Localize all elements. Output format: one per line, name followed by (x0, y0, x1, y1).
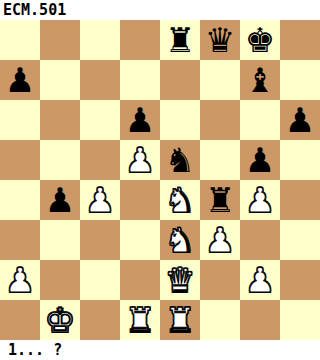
piece-white-pawn-d5[interactable]: ♟ (125, 140, 155, 180)
square-g2[interactable]: ♟ (240, 260, 280, 300)
square-a1[interactable] (0, 300, 40, 340)
piece-black-pawn-g5[interactable]: ♟ (245, 140, 275, 180)
titlebar: ECM.501 (0, 0, 320, 20)
puzzle-title: ECM.501 (3, 0, 66, 20)
square-g6[interactable] (240, 100, 280, 140)
piece-black-pawn-h6[interactable]: ♟ (285, 100, 315, 140)
square-d5[interactable]: ♟ (120, 140, 160, 180)
square-c3[interactable] (80, 220, 120, 260)
square-b1[interactable]: ♚ (40, 300, 80, 340)
square-d8[interactable] (120, 20, 160, 60)
square-g3[interactable] (240, 220, 280, 260)
square-e6[interactable] (160, 100, 200, 140)
square-e7[interactable] (160, 60, 200, 100)
square-c1[interactable] (80, 300, 120, 340)
square-e8[interactable]: ♜ (160, 20, 200, 60)
piece-black-rook-e8[interactable]: ♜ (165, 20, 195, 60)
square-h8[interactable] (280, 20, 320, 60)
square-b2[interactable] (40, 260, 80, 300)
square-g5[interactable]: ♟ (240, 140, 280, 180)
square-e4[interactable]: ♞ (160, 180, 200, 220)
square-a5[interactable] (0, 140, 40, 180)
piece-white-rook-d1[interactable]: ♜ (125, 300, 155, 340)
square-d7[interactable] (120, 60, 160, 100)
move-prompt: 1... ? (8, 340, 62, 360)
square-b8[interactable] (40, 20, 80, 60)
square-c5[interactable] (80, 140, 120, 180)
square-d3[interactable] (120, 220, 160, 260)
piece-black-knight-e5[interactable]: ♞ (165, 140, 195, 180)
square-a4[interactable] (0, 180, 40, 220)
square-a2[interactable]: ♟ (0, 260, 40, 300)
square-f8[interactable]: ♛ (200, 20, 240, 60)
square-f3[interactable]: ♟ (200, 220, 240, 260)
square-g4[interactable]: ♟ (240, 180, 280, 220)
square-a3[interactable] (0, 220, 40, 260)
square-b7[interactable] (40, 60, 80, 100)
piece-white-pawn-a2[interactable]: ♟ (5, 260, 35, 300)
square-f5[interactable] (200, 140, 240, 180)
square-e5[interactable]: ♞ (160, 140, 200, 180)
square-b4[interactable]: ♟ (40, 180, 80, 220)
square-h4[interactable] (280, 180, 320, 220)
piece-black-pawn-a7[interactable]: ♟ (5, 60, 35, 100)
piece-white-rook-e1[interactable]: ♜ (165, 300, 195, 340)
square-b5[interactable] (40, 140, 80, 180)
chess-board: ♜♛♚♟♝♟♟♟♞♟♟♟♞♜♟♞♟♟♛♟♚♜♜ (0, 20, 320, 340)
square-h7[interactable] (280, 60, 320, 100)
piece-white-pawn-g4[interactable]: ♟ (245, 180, 275, 220)
square-f2[interactable] (200, 260, 240, 300)
square-h1[interactable] (280, 300, 320, 340)
square-d4[interactable] (120, 180, 160, 220)
piece-white-pawn-g2[interactable]: ♟ (245, 260, 275, 300)
chess-app-window: ECM.501 ♜♛♚♟♝♟♟♟♞♟♟♟♞♜♟♞♟♟♛♟♚♜♜ 1... ? (0, 0, 320, 360)
square-h5[interactable] (280, 140, 320, 180)
square-h6[interactable]: ♟ (280, 100, 320, 140)
square-b6[interactable] (40, 100, 80, 140)
square-g1[interactable] (240, 300, 280, 340)
square-g7[interactable]: ♝ (240, 60, 280, 100)
square-c7[interactable] (80, 60, 120, 100)
statusbar: 1... ? (0, 340, 320, 360)
square-h2[interactable] (280, 260, 320, 300)
piece-black-bishop-g7[interactable]: ♝ (245, 60, 275, 100)
piece-black-pawn-b4[interactable]: ♟ (45, 180, 75, 220)
square-e1[interactable]: ♜ (160, 300, 200, 340)
square-a6[interactable] (0, 100, 40, 140)
square-c4[interactable]: ♟ (80, 180, 120, 220)
square-f4[interactable]: ♜ (200, 180, 240, 220)
square-d2[interactable] (120, 260, 160, 300)
square-e3[interactable]: ♞ (160, 220, 200, 260)
square-g8[interactable]: ♚ (240, 20, 280, 60)
square-f6[interactable] (200, 100, 240, 140)
square-a7[interactable]: ♟ (0, 60, 40, 100)
piece-white-king-b1[interactable]: ♚ (45, 300, 75, 340)
piece-white-pawn-c4[interactable]: ♟ (85, 180, 115, 220)
piece-black-queen-f8[interactable]: ♛ (205, 20, 235, 60)
square-c2[interactable] (80, 260, 120, 300)
square-b3[interactable] (40, 220, 80, 260)
piece-white-knight-e3[interactable]: ♞ (165, 220, 195, 260)
piece-black-king-g8[interactable]: ♚ (245, 20, 275, 60)
square-f1[interactable] (200, 300, 240, 340)
square-d1[interactable]: ♜ (120, 300, 160, 340)
square-h3[interactable] (280, 220, 320, 260)
piece-white-knight-e4[interactable]: ♞ (165, 180, 195, 220)
square-a8[interactable] (0, 20, 40, 60)
square-c8[interactable] (80, 20, 120, 60)
square-f7[interactable] (200, 60, 240, 100)
piece-white-pawn-f3[interactable]: ♟ (205, 220, 235, 260)
piece-black-rook-f4[interactable]: ♜ (205, 180, 235, 220)
square-c6[interactable] (80, 100, 120, 140)
square-e2[interactable]: ♛ (160, 260, 200, 300)
piece-black-pawn-d6[interactable]: ♟ (125, 100, 155, 140)
piece-white-queen-e2[interactable]: ♛ (165, 260, 195, 300)
square-d6[interactable]: ♟ (120, 100, 160, 140)
